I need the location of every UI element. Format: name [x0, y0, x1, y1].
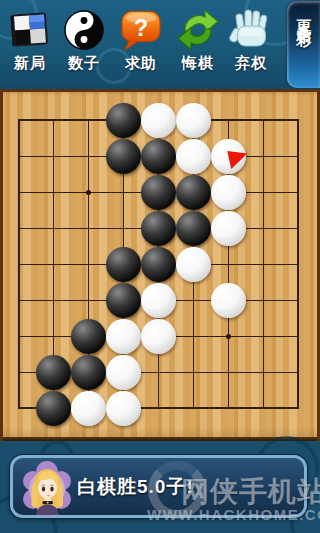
svg-text:?: ?	[134, 15, 148, 41]
stone-black	[141, 211, 176, 246]
new-game-board-icon	[7, 7, 53, 53]
new-game-label: 新局	[0, 54, 61, 73]
stone-black	[36, 355, 71, 390]
new-game-button[interactable]: 新局	[0, 7, 61, 73]
board-frame-top	[0, 89, 320, 92]
stone-black	[71, 319, 106, 354]
star-point	[226, 334, 231, 339]
stone-white	[211, 175, 246, 210]
more-content-button[interactable]: 更多精彩	[287, 1, 320, 88]
stone-black	[176, 211, 211, 246]
result-message: 白棋胜5.0子!	[77, 474, 194, 500]
stone-white	[106, 319, 141, 354]
game-result-bar: 白棋胜5.0子!	[10, 455, 307, 518]
more-content-label: 更多精彩	[294, 8, 313, 86]
stone-black	[106, 247, 141, 282]
go-app-screen: 新局 数子 ?	[0, 0, 320, 533]
stone-white	[211, 211, 246, 246]
star-point	[86, 190, 91, 195]
go-board[interactable]	[0, 89, 320, 441]
pass-label: 弃权	[220, 54, 282, 73]
stone-black	[36, 391, 71, 426]
stone-black	[106, 139, 141, 174]
grid-line-vertical	[263, 119, 264, 409]
stone-black	[141, 175, 176, 210]
help-label: 求助	[110, 54, 172, 73]
count-button[interactable]: 数子	[53, 7, 115, 73]
stone-white	[176, 247, 211, 282]
help-button[interactable]: ? 求助	[110, 7, 172, 73]
count-label: 数子	[53, 54, 115, 73]
toolbar: 新局 数子 ?	[0, 0, 320, 90]
stone-white	[106, 355, 141, 390]
stone-white	[71, 391, 106, 426]
stone-black	[71, 355, 106, 390]
anime-girl-avatar	[19, 459, 75, 517]
pass-button[interactable]: 弃权	[220, 7, 282, 73]
stone-white	[176, 139, 211, 174]
stone-black	[141, 247, 176, 282]
count-yinyang-icon	[61, 7, 107, 53]
pass-hand-icon	[228, 7, 274, 53]
stone-white	[141, 319, 176, 354]
board-frame-left	[0, 89, 3, 441]
stone-black	[141, 139, 176, 174]
stone-white	[141, 103, 176, 138]
grid-line-vertical	[297, 119, 299, 409]
stone-white	[211, 283, 246, 318]
board-frame-bottom	[0, 437, 320, 441]
stone-white	[106, 391, 141, 426]
stone-black	[106, 283, 141, 318]
undo-recycle-arrows-icon	[175, 7, 221, 53]
help-question-bubble-icon: ?	[118, 7, 164, 53]
stone-black	[176, 175, 211, 210]
stone-white	[176, 103, 211, 138]
stone-white	[141, 283, 176, 318]
stone-black	[106, 103, 141, 138]
